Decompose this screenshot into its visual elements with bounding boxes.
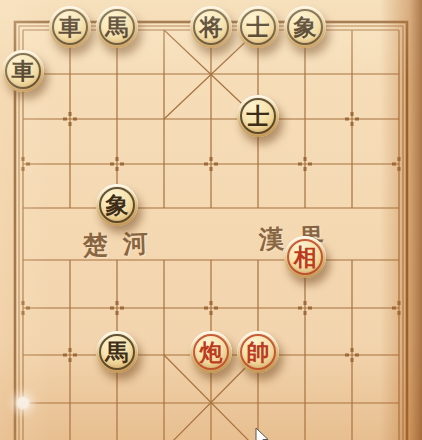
- piece-black-horse[interactable]: 馬: [96, 6, 138, 48]
- xiangqi-app-window: 楚河 漢界 車馬将士象車士象馬相炮帥: [0, 0, 422, 440]
- piece-glyph: 象: [106, 193, 129, 216]
- piece-glyph: 相: [294, 245, 317, 268]
- piece-black-chariot[interactable]: 車: [2, 50, 44, 92]
- piece-glyph: 炮: [200, 340, 223, 363]
- piece-black-advisor[interactable]: 士: [237, 95, 279, 137]
- piece-glyph: 馬: [106, 15, 129, 38]
- board-grid[interactable]: [0, 0, 422, 440]
- piece-glyph: 士: [247, 104, 270, 127]
- piece-black-general[interactable]: 将: [190, 6, 232, 48]
- piece-glyph: 将: [200, 15, 223, 38]
- last-move-indicator: [18, 398, 29, 409]
- piece-black-elephant[interactable]: 象: [96, 184, 138, 226]
- piece-black-advisor[interactable]: 士: [237, 6, 279, 48]
- piece-red-general[interactable]: 帥: [237, 331, 279, 373]
- piece-glyph: 車: [12, 59, 35, 82]
- piece-black-horse[interactable]: 馬: [96, 331, 138, 373]
- piece-glyph: 車: [59, 15, 82, 38]
- piece-glyph: 士: [247, 15, 270, 38]
- piece-glyph: 馬: [106, 340, 129, 363]
- piece-glyph: 象: [294, 15, 317, 38]
- piece-glyph: 帥: [247, 340, 270, 363]
- piece-black-elephant[interactable]: 象: [284, 6, 326, 48]
- piece-black-chariot[interactable]: 車: [49, 6, 91, 48]
- piece-red-cannon[interactable]: 炮: [190, 331, 232, 373]
- piece-red-elephant[interactable]: 相: [284, 236, 326, 278]
